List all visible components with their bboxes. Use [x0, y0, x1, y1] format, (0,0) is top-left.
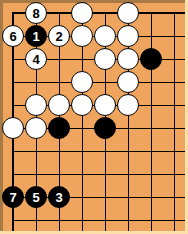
white-stone	[48, 94, 70, 116]
white-stone	[94, 94, 116, 116]
white-stone	[117, 71, 139, 93]
white-stone-move-2: 2	[48, 25, 70, 47]
board-bevel-bottom	[0, 231, 188, 234]
move-number: 2	[55, 30, 62, 43]
move-number: 5	[32, 191, 39, 204]
move-number: 3	[55, 191, 62, 204]
white-stone	[71, 2, 93, 24]
black-stone	[94, 117, 116, 139]
move-number: 7	[9, 191, 16, 204]
white-stone-move-4: 4	[25, 48, 47, 70]
board-bevel-top	[0, 0, 188, 3]
white-stone	[94, 25, 116, 47]
black-stone	[48, 117, 70, 139]
white-stone	[71, 25, 93, 47]
grid-line-vertical	[151, 12, 152, 231]
white-stone	[2, 117, 24, 139]
move-number: 8	[32, 7, 39, 20]
white-stone	[25, 117, 47, 139]
white-stone-move-6: 6	[2, 25, 24, 47]
white-stone	[117, 2, 139, 24]
grid-line-vertical	[174, 12, 175, 231]
black-stone	[140, 48, 162, 70]
white-stone-move-8: 8	[25, 2, 47, 24]
board-bevel-right	[185, 0, 188, 234]
black-stone-move-7: 7	[2, 186, 24, 208]
white-stone	[117, 25, 139, 47]
white-stone	[71, 94, 93, 116]
move-number: 6	[9, 30, 16, 43]
grid-line-horizontal	[12, 220, 185, 221]
move-number: 1	[32, 30, 39, 43]
black-stone-move-1: 1	[25, 25, 47, 47]
white-stone	[117, 48, 139, 70]
move-number: 4	[32, 53, 39, 66]
white-stone	[71, 71, 93, 93]
go-board-diagram: 86124753	[0, 0, 188, 234]
black-stone-move-3: 3	[48, 186, 70, 208]
white-stone	[25, 94, 47, 116]
grid-line-horizontal	[12, 82, 185, 83]
black-stone-move-5: 5	[25, 186, 47, 208]
grid-line-horizontal	[12, 151, 185, 152]
white-stone	[117, 94, 139, 116]
grid-line-horizontal	[12, 174, 185, 175]
white-stone	[94, 48, 116, 70]
